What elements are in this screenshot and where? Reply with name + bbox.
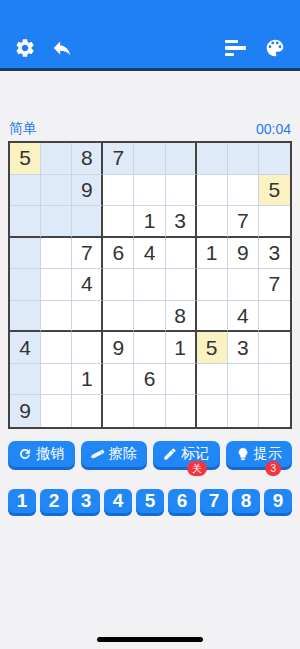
cell-r5c1[interactable] xyxy=(41,301,72,333)
cell-r4c1[interactable] xyxy=(41,269,72,301)
num-button-1[interactable]: 1 xyxy=(8,489,36,513)
cell-r2c8[interactable] xyxy=(259,206,290,238)
erase-button[interactable]: 擦除 xyxy=(81,441,148,467)
stats-bars-icon[interactable] xyxy=(224,36,248,60)
cell-r4c6[interactable] xyxy=(197,269,228,301)
cell-r1c1[interactable] xyxy=(41,175,72,207)
cell-r0c8[interactable] xyxy=(259,143,290,175)
cell-r1c0[interactable] xyxy=(10,175,41,207)
cell-r3c4[interactable]: 4 xyxy=(134,238,165,270)
cell-r5c5[interactable]: 8 xyxy=(166,301,197,333)
cell-r3c2[interactable]: 7 xyxy=(72,238,103,270)
cell-r0c2[interactable]: 8 xyxy=(72,143,103,175)
cell-r5c2[interactable] xyxy=(72,301,103,333)
cell-r3c5[interactable] xyxy=(166,238,197,270)
cell-r7c3[interactable] xyxy=(103,364,134,396)
cell-r1c3[interactable] xyxy=(103,175,134,207)
cell-r7c5[interactable] xyxy=(166,364,197,396)
cell-r8c6[interactable] xyxy=(197,395,228,427)
top-bar xyxy=(0,0,300,71)
difficulty-label[interactable]: 简单 xyxy=(9,120,37,138)
cell-r5c6[interactable] xyxy=(197,301,228,333)
cell-r6c1[interactable] xyxy=(41,332,72,364)
cell-r8c3[interactable] xyxy=(103,395,134,427)
home-indicator[interactable] xyxy=(97,637,203,642)
sudoku-grid[interactable]: 58795137764193478449153169 xyxy=(8,141,292,429)
cell-r0c5[interactable] xyxy=(166,143,197,175)
mark-button[interactable]: 标记 关 xyxy=(153,441,220,467)
cell-r8c0[interactable]: 9 xyxy=(10,395,41,427)
cell-r0c1[interactable] xyxy=(41,143,72,175)
cell-r2c1[interactable] xyxy=(41,206,72,238)
cell-r6c0[interactable]: 4 xyxy=(10,332,41,364)
cell-r7c0[interactable] xyxy=(10,364,41,396)
hint-button[interactable]: 提示 3 xyxy=(226,441,293,467)
action-toolbar: 撤销 擦除 标记 关 提示 3 xyxy=(8,441,292,467)
cell-r6c4[interactable] xyxy=(134,332,165,364)
cell-r5c3[interactable] xyxy=(103,301,134,333)
mark-off-badge: 关 xyxy=(187,461,207,476)
cell-r8c7[interactable] xyxy=(228,395,259,427)
cell-r3c1[interactable] xyxy=(41,238,72,270)
cell-r1c7[interactable] xyxy=(228,175,259,207)
cell-r7c7[interactable] xyxy=(228,364,259,396)
undo-arrow-icon[interactable] xyxy=(50,36,74,60)
cell-r2c3[interactable] xyxy=(103,206,134,238)
cell-r4c3[interactable] xyxy=(103,269,134,301)
cell-r0c0[interactable]: 5 xyxy=(10,143,41,175)
cell-r5c0[interactable] xyxy=(10,301,41,333)
num-button-8[interactable]: 8 xyxy=(232,489,260,513)
cell-r0c7[interactable] xyxy=(228,143,259,175)
cell-r6c2[interactable] xyxy=(72,332,103,364)
theme-palette-icon[interactable] xyxy=(263,36,287,60)
cell-r5c8[interactable] xyxy=(259,301,290,333)
cell-r0c4[interactable] xyxy=(134,143,165,175)
cell-r3c6[interactable]: 1 xyxy=(197,238,228,270)
cell-r2c5[interactable]: 3 xyxy=(166,206,197,238)
cell-r6c6[interactable]: 5 xyxy=(197,332,228,364)
cell-r1c5[interactable] xyxy=(166,175,197,207)
cell-r6c5[interactable]: 1 xyxy=(166,332,197,364)
cell-r1c6[interactable] xyxy=(197,175,228,207)
cell-r8c4[interactable] xyxy=(134,395,165,427)
cell-r2c0[interactable] xyxy=(10,206,41,238)
cell-r5c7[interactable]: 4 xyxy=(228,301,259,333)
cell-r2c4[interactable]: 1 xyxy=(134,206,165,238)
cell-r6c8[interactable] xyxy=(259,332,290,364)
cell-r4c2[interactable]: 4 xyxy=(72,269,103,301)
num-button-2[interactable]: 2 xyxy=(40,489,68,513)
cell-r7c8[interactable] xyxy=(259,364,290,396)
cell-r6c3[interactable]: 9 xyxy=(103,332,134,364)
number-pad: 1 2 3 4 5 6 7 8 9 xyxy=(8,489,292,513)
cell-r6c7[interactable]: 3 xyxy=(228,332,259,364)
cell-r2c7[interactable]: 7 xyxy=(228,206,259,238)
cell-r0c6[interactable] xyxy=(197,143,228,175)
eraser-pencil-icon xyxy=(89,445,107,463)
num-button-6[interactable]: 6 xyxy=(168,489,196,513)
cell-r2c2[interactable] xyxy=(72,206,103,238)
cell-r2c6[interactable] xyxy=(197,206,228,238)
pen-icon xyxy=(163,447,177,461)
cell-r7c6[interactable] xyxy=(197,364,228,396)
num-button-7[interactable]: 7 xyxy=(200,489,228,513)
undo-circular-icon xyxy=(18,447,32,461)
cell-r1c2[interactable]: 9 xyxy=(72,175,103,207)
cell-r8c1[interactable] xyxy=(41,395,72,427)
num-button-5[interactable]: 5 xyxy=(136,489,164,513)
cell-r3c8[interactable]: 3 xyxy=(259,238,290,270)
cell-r8c2[interactable] xyxy=(72,395,103,427)
cell-r8c8[interactable] xyxy=(259,395,290,427)
cell-r0c3[interactable]: 7 xyxy=(103,143,134,175)
cell-r3c3[interactable]: 6 xyxy=(103,238,134,270)
lightbulb-icon xyxy=(236,447,250,461)
cell-r7c4[interactable]: 6 xyxy=(134,364,165,396)
undo-button[interactable]: 撤销 xyxy=(8,441,75,467)
hint-count-badge: 3 xyxy=(266,461,282,476)
num-button-4[interactable]: 4 xyxy=(104,489,132,513)
cell-r3c7[interactable]: 9 xyxy=(228,238,259,270)
cell-r1c8[interactable]: 5 xyxy=(259,175,290,207)
num-button-9[interactable]: 9 xyxy=(264,489,292,513)
hint-label: 提示 xyxy=(254,445,282,463)
cell-r4c5[interactable] xyxy=(166,269,197,301)
settings-gear-icon[interactable] xyxy=(13,36,37,60)
num-button-3[interactable]: 3 xyxy=(72,489,100,513)
cell-r4c7[interactable] xyxy=(228,269,259,301)
cell-r7c2[interactable]: 1 xyxy=(72,364,103,396)
cell-r4c8[interactable]: 7 xyxy=(259,269,290,301)
undo-label: 撤销 xyxy=(36,445,64,463)
cell-r3c0[interactable] xyxy=(10,238,41,270)
erase-label: 擦除 xyxy=(109,445,137,463)
cell-r5c4[interactable] xyxy=(134,301,165,333)
timer: 00:04 xyxy=(256,121,291,137)
cell-r4c0[interactable] xyxy=(10,269,41,301)
cell-r7c1[interactable] xyxy=(41,364,72,396)
cell-r8c5[interactable] xyxy=(166,395,197,427)
cell-r4c4[interactable] xyxy=(134,269,165,301)
cell-r1c4[interactable] xyxy=(134,175,165,207)
